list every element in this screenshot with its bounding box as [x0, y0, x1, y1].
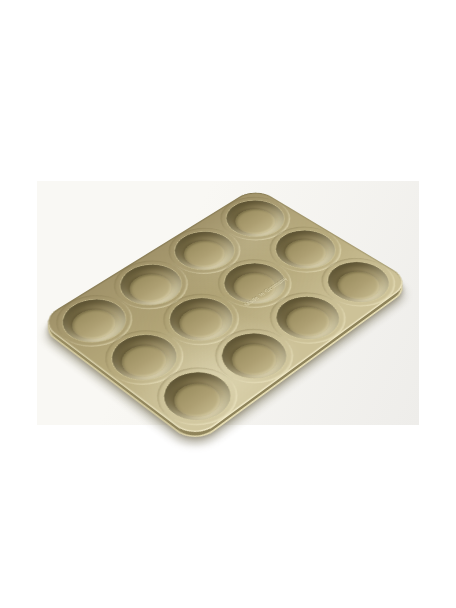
product-photo: Made in Germany — [0, 0, 456, 608]
